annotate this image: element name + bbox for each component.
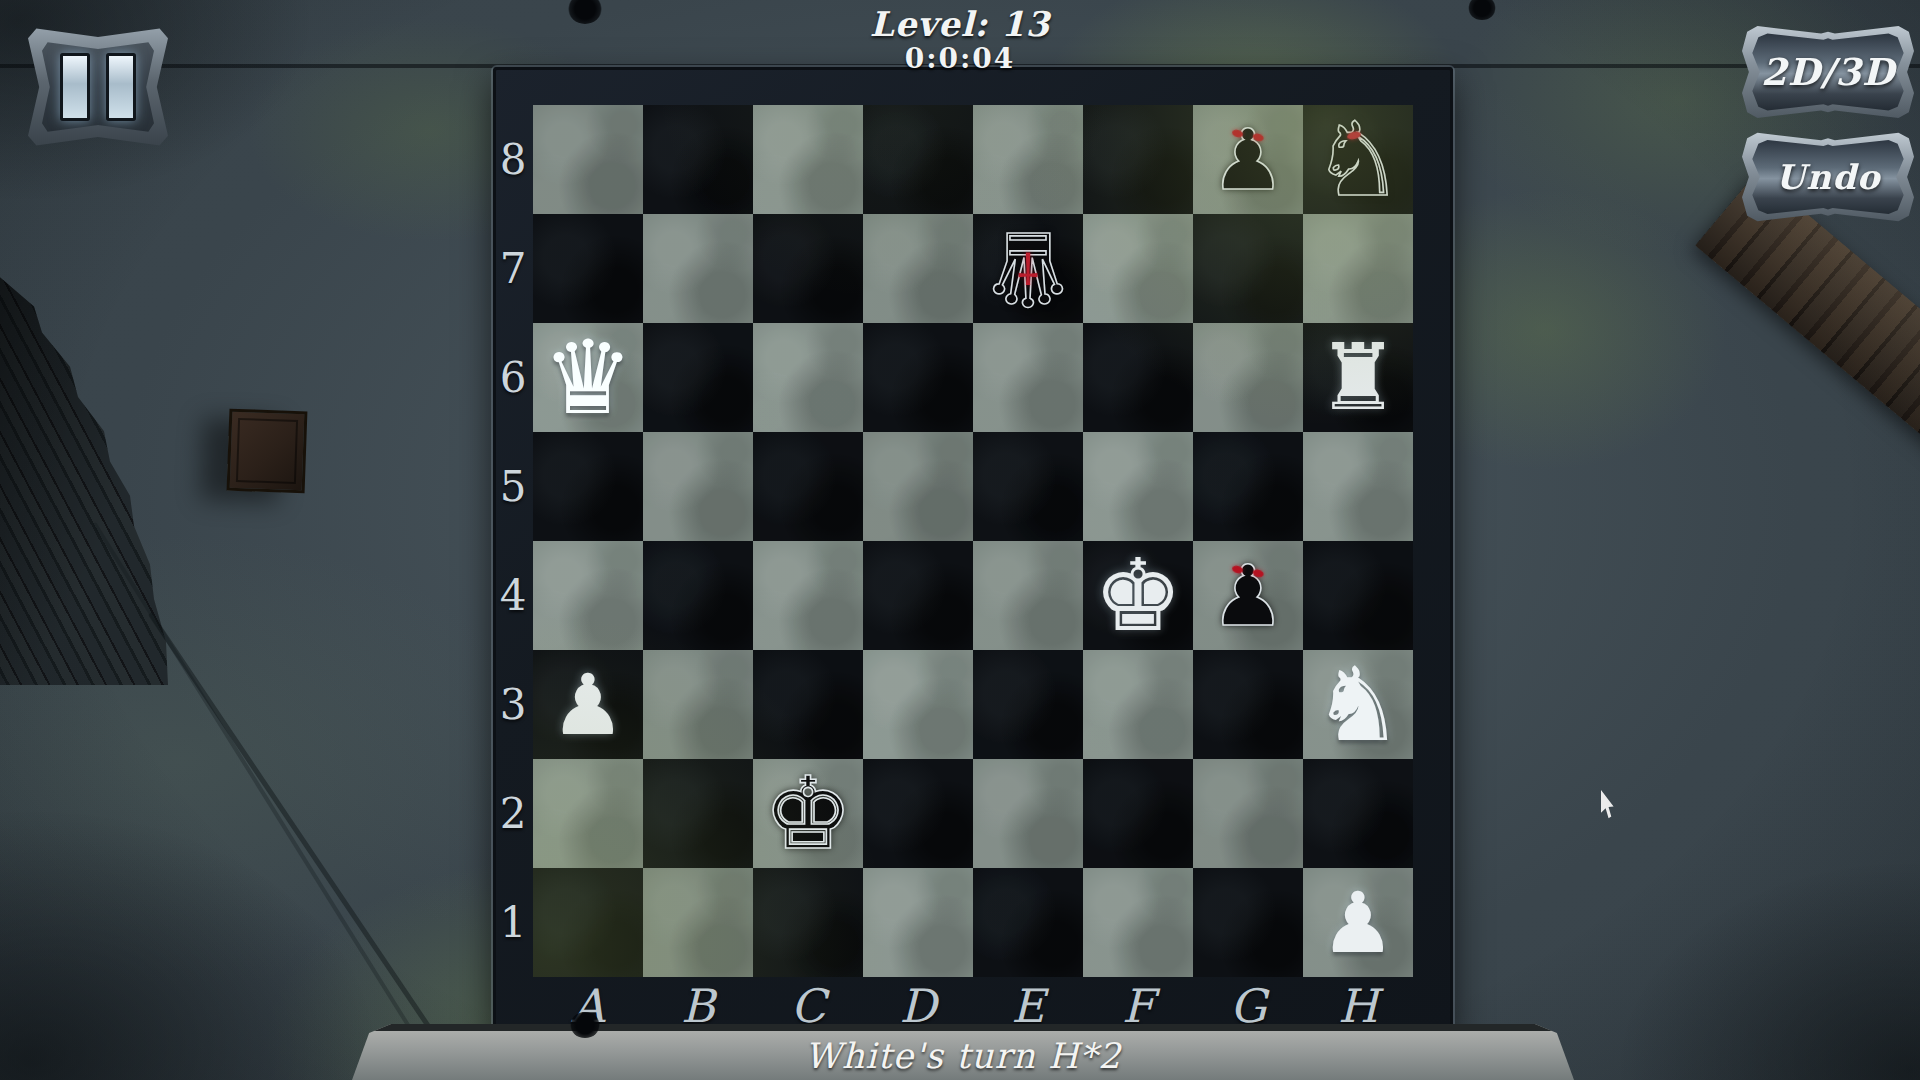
square-a3[interactable]: ♟: [533, 650, 643, 759]
piece-white-rook[interactable]: ♜: [1303, 323, 1413, 432]
rank-label-1: 1: [493, 868, 533, 977]
piece-white-knight[interactable]: ♞: [1303, 650, 1413, 759]
square-c5[interactable]: [753, 432, 863, 541]
square-e1[interactable]: [973, 868, 1083, 977]
square-b3[interactable]: [643, 650, 753, 759]
square-a6[interactable]: ♛: [533, 323, 643, 432]
square-b5[interactable]: [643, 432, 753, 541]
rank-label-8: 8: [493, 105, 533, 214]
square-d2[interactable]: [863, 759, 973, 868]
square-g7[interactable]: [1193, 214, 1303, 323]
rank-label-2: 2: [493, 759, 533, 868]
square-a1[interactable]: [533, 868, 643, 977]
square-c1[interactable]: [753, 868, 863, 977]
square-d5[interactable]: [863, 432, 973, 541]
square-g6[interactable]: [1193, 323, 1303, 432]
status-banner: White's turn H*2: [352, 1024, 1574, 1080]
square-g3[interactable]: [1193, 650, 1303, 759]
square-h6[interactable]: ♜: [1303, 323, 1413, 432]
square-b2[interactable]: [643, 759, 753, 868]
square-e5[interactable]: [973, 432, 1083, 541]
rank-label-6: 6: [493, 323, 533, 432]
board-grid: ♟♞♛†♛♜♚♟♟♞♚♟: [533, 105, 1413, 977]
square-e8[interactable]: [973, 105, 1083, 214]
square-d7[interactable]: [863, 214, 973, 323]
square-b6[interactable]: [643, 323, 753, 432]
square-h7[interactable]: [1303, 214, 1413, 323]
square-g1[interactable]: [1193, 868, 1303, 977]
square-c6[interactable]: [753, 323, 863, 432]
piece-white-pawn[interactable]: ♟: [1303, 868, 1413, 977]
rank-label-4: 4: [493, 541, 533, 650]
square-h4[interactable]: [1303, 541, 1413, 650]
square-f4[interactable]: ♚: [1083, 541, 1193, 650]
rank-label-7: 7: [493, 214, 533, 323]
square-b1[interactable]: [643, 868, 753, 977]
square-d4[interactable]: [863, 541, 973, 650]
square-h3[interactable]: ♞: [1303, 650, 1413, 759]
square-e2[interactable]: [973, 759, 1083, 868]
hud-top-center: Level: 13 0:0:04: [0, 4, 1920, 75]
square-f2[interactable]: [1083, 759, 1193, 868]
pause-bar-right: [106, 53, 136, 121]
square-f6[interactable]: [1083, 323, 1193, 432]
toggle-2d3d-panel: 2D/3D: [1752, 33, 1903, 112]
piece-black-king[interactable]: ♚: [753, 759, 863, 868]
piece-white-pawn[interactable]: ♟: [533, 650, 643, 759]
square-a7[interactable]: [533, 214, 643, 323]
square-f7[interactable]: [1083, 214, 1193, 323]
square-e6[interactable]: [973, 323, 1083, 432]
rank-label-5: 5: [493, 432, 533, 541]
square-f8[interactable]: [1083, 105, 1193, 214]
piece-black-pawn[interactable]: ♟: [1193, 105, 1303, 214]
piece-black-knight[interactable]: ♞: [1303, 105, 1413, 214]
square-f1[interactable]: [1083, 868, 1193, 977]
square-d1[interactable]: [863, 868, 973, 977]
square-e7[interactable]: ♛†: [973, 214, 1083, 323]
square-b7[interactable]: [643, 214, 753, 323]
square-h8[interactable]: ♞: [1303, 105, 1413, 214]
square-h5[interactable]: [1303, 432, 1413, 541]
wooden-crate: [227, 409, 308, 494]
toggle-2d3d-button[interactable]: 2D/3D: [1742, 24, 1914, 120]
piece-white-queen[interactable]: ♛: [533, 323, 643, 432]
square-g2[interactable]: [1193, 759, 1303, 868]
square-b8[interactable]: [643, 105, 753, 214]
timer: 0:0:04: [0, 42, 1920, 75]
undo-label: Undo: [1776, 157, 1881, 197]
square-h1[interactable]: ♟: [1303, 868, 1413, 977]
square-h2[interactable]: [1303, 759, 1413, 868]
square-a5[interactable]: [533, 432, 643, 541]
pause-button[interactable]: [28, 26, 168, 148]
level-indicator: Level: 13: [0, 4, 1920, 44]
square-c2[interactable]: ♚: [753, 759, 863, 868]
square-e3[interactable]: [973, 650, 1083, 759]
square-e4[interactable]: [973, 541, 1083, 650]
square-c4[interactable]: [753, 541, 863, 650]
square-d8[interactable]: [863, 105, 973, 214]
square-g5[interactable]: [1193, 432, 1303, 541]
square-a2[interactable]: [533, 759, 643, 868]
square-f5[interactable]: [1083, 432, 1193, 541]
inverted-cross: †: [1018, 247, 1039, 294]
square-d6[interactable]: [863, 323, 973, 432]
piece-white-king[interactable]: ♚: [1083, 541, 1193, 650]
square-g4[interactable]: ♟: [1193, 541, 1303, 650]
pause-icon: [42, 39, 154, 134]
square-a8[interactable]: [533, 105, 643, 214]
square-d3[interactable]: [863, 650, 973, 759]
square-c3[interactable]: [753, 650, 863, 759]
square-a4[interactable]: [533, 541, 643, 650]
undo-button[interactable]: Undo: [1742, 131, 1914, 223]
square-f3[interactable]: [1083, 650, 1193, 759]
turn-status-text: White's turn H*2: [352, 1036, 1574, 1076]
pause-bar-left: [60, 53, 90, 121]
square-c7[interactable]: [753, 214, 863, 323]
square-b4[interactable]: [643, 541, 753, 650]
undo-panel: Undo: [1752, 139, 1903, 214]
square-g8[interactable]: ♟: [1193, 105, 1303, 214]
square-c8[interactable]: [753, 105, 863, 214]
floor-hole: [570, 1012, 600, 1038]
rank-labels: 87654321: [493, 105, 533, 977]
piece-black-pawn[interactable]: ♟: [1193, 541, 1303, 650]
toggle-2d3d-label: 2D/3D: [1761, 50, 1895, 94]
chess-board: 87654321 ♟♞♛†♛♜♚♟♟♞♚♟ ABCDEFGH: [493, 67, 1453, 1034]
rank-label-3: 3: [493, 650, 533, 759]
